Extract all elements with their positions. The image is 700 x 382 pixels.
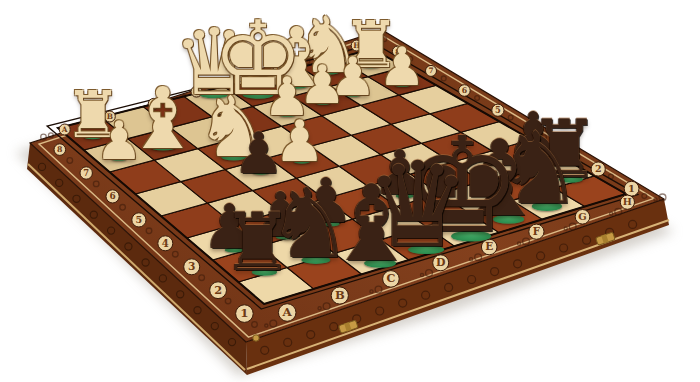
svg-text:4: 4 — [528, 125, 534, 135]
coord-letter-near-D: D — [433, 255, 449, 271]
coord-number-right-3: 3 — [558, 143, 572, 157]
svg-text:F: F — [276, 63, 282, 72]
coord-number-left-5: 5 — [132, 213, 146, 227]
svg-text:E: E — [485, 240, 493, 252]
svg-text:5: 5 — [136, 214, 143, 225]
chess-set-photo: AA11BB22CC33DD44EE55FF66GG77HH88 ♜♟♝♞♛♟♚… — [0, 0, 700, 382]
coord-letter-far-B: B — [104, 111, 115, 122]
svg-text:D: D — [436, 256, 445, 269]
coord-letter-near-E: E — [481, 239, 497, 255]
svg-text:8: 8 — [395, 47, 400, 56]
coord-letter-near-H: H — [620, 195, 634, 209]
coord-letter-near-A: A — [278, 304, 296, 322]
svg-text:C: C — [386, 271, 395, 285]
coord-letter-far-F: F — [273, 62, 284, 73]
coord-number-left-1: 1 — [236, 305, 254, 323]
svg-text:C: C — [151, 99, 157, 108]
svg-text:H: H — [623, 196, 632, 207]
coord-number-left-6: 6 — [106, 190, 119, 203]
coord-number-left-7: 7 — [80, 167, 92, 179]
coord-letter-near-B: B — [331, 287, 348, 304]
coord-letter-far-D: D — [191, 86, 202, 97]
svg-text:B: B — [335, 288, 345, 302]
coord-letter-far-C: C — [148, 98, 159, 109]
coord-letter-far-A: A — [59, 124, 70, 135]
coord-letter-far-G: G — [313, 51, 324, 62]
coord-letter-far-H: H — [351, 40, 362, 51]
svg-text:D: D — [193, 87, 200, 96]
svg-text:6: 6 — [109, 191, 115, 201]
svg-text:B: B — [107, 112, 113, 121]
svg-text:7: 7 — [83, 168, 89, 178]
svg-text:H: H — [353, 41, 360, 50]
svg-text:2: 2 — [595, 163, 602, 174]
svg-text:3: 3 — [562, 143, 568, 154]
coord-number-right-6: 6 — [459, 85, 471, 97]
svg-text:A: A — [282, 305, 293, 319]
svg-text:5: 5 — [495, 105, 501, 115]
svg-text:8: 8 — [57, 145, 62, 154]
coord-letter-near-G: G — [575, 210, 590, 225]
svg-text:6: 6 — [462, 86, 467, 95]
brass-corner-hinge — [253, 335, 259, 341]
coord-number-right-1: 1 — [624, 181, 639, 196]
svg-text:A: A — [61, 125, 68, 134]
coord-number-right-2: 2 — [591, 162, 605, 176]
coord-number-left-3: 3 — [184, 259, 200, 275]
coord-letter-near-C: C — [383, 271, 400, 288]
coord-number-right-5: 5 — [492, 104, 504, 116]
svg-text:G: G — [578, 211, 586, 222]
coord-number-right-4: 4 — [525, 123, 538, 136]
svg-text:2: 2 — [214, 283, 222, 297]
svg-text:7: 7 — [428, 66, 433, 75]
svg-text:3: 3 — [188, 260, 195, 273]
coord-number-right-8: 8 — [392, 46, 402, 56]
coord-number-left-2: 2 — [210, 282, 227, 299]
svg-text:E: E — [235, 75, 241, 84]
svg-text:F: F — [533, 225, 541, 237]
coord-number-left-8: 8 — [54, 144, 66, 156]
svg-text:1: 1 — [240, 306, 248, 320]
svg-text:1: 1 — [628, 183, 635, 194]
coord-letter-near-F: F — [529, 224, 544, 239]
chess-board: AA11BB22CC33DD44EE55FF66GG77HH88 — [0, 0, 700, 382]
coord-number-right-7: 7 — [426, 65, 437, 76]
svg-text:4: 4 — [162, 238, 169, 249]
coord-letter-far-E: E — [233, 74, 244, 85]
coord-number-left-4: 4 — [158, 236, 173, 251]
svg-text:G: G — [315, 52, 321, 61]
